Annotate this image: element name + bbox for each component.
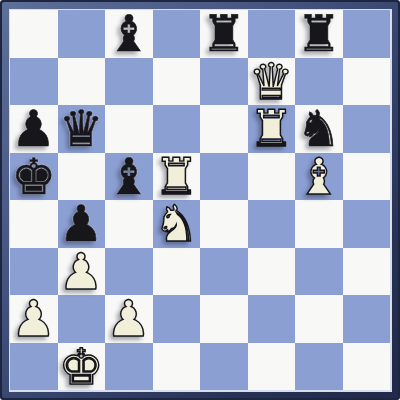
square-a1[interactable] bbox=[10, 343, 58, 391]
square-a5[interactable]: ♚ bbox=[10, 153, 58, 201]
square-f1[interactable] bbox=[248, 343, 296, 391]
square-f4[interactable] bbox=[248, 200, 296, 248]
square-g6[interactable]: ♞ bbox=[295, 105, 343, 153]
square-c5[interactable]: ♝ bbox=[105, 153, 153, 201]
square-b1[interactable]: ♚ bbox=[58, 343, 106, 391]
board-frame-outer: ♝♜♜♛♟♛♜♞♚♝♜♝♟♞♟♟♟♚ bbox=[0, 0, 400, 400]
square-d6[interactable] bbox=[153, 105, 201, 153]
board-frame-bevel: ♝♜♜♛♟♛♜♞♚♝♜♝♟♞♟♟♟♚ bbox=[2, 2, 398, 398]
square-d8[interactable] bbox=[153, 10, 201, 58]
piece-black-bishop[interactable]: ♝ bbox=[106, 154, 151, 202]
square-b5[interactable] bbox=[58, 153, 106, 201]
square-f7[interactable]: ♛ bbox=[248, 58, 296, 106]
square-b8[interactable] bbox=[58, 10, 106, 58]
square-b6[interactable]: ♛ bbox=[58, 105, 106, 153]
square-c7[interactable] bbox=[105, 58, 153, 106]
square-f2[interactable] bbox=[248, 295, 296, 343]
chess-board: ♝♜♜♛♟♛♜♞♚♝♜♝♟♞♟♟♟♚ bbox=[10, 10, 390, 390]
square-e2[interactable] bbox=[200, 295, 248, 343]
square-c2[interactable]: ♟ bbox=[105, 295, 153, 343]
piece-black-rook[interactable]: ♜ bbox=[296, 11, 341, 59]
square-g7[interactable] bbox=[295, 58, 343, 106]
piece-white-knight[interactable]: ♞ bbox=[154, 201, 199, 249]
square-e5[interactable] bbox=[200, 153, 248, 201]
piece-white-pawn[interactable]: ♟ bbox=[106, 296, 151, 344]
piece-white-bishop[interactable]: ♝ bbox=[296, 154, 341, 202]
square-e1[interactable] bbox=[200, 343, 248, 391]
piece-black-bishop[interactable]: ♝ bbox=[106, 11, 151, 59]
square-b7[interactable] bbox=[58, 58, 106, 106]
square-g2[interactable] bbox=[295, 295, 343, 343]
square-e7[interactable] bbox=[200, 58, 248, 106]
square-c6[interactable] bbox=[105, 105, 153, 153]
square-e3[interactable] bbox=[200, 248, 248, 296]
piece-white-queen[interactable]: ♛ bbox=[249, 59, 294, 107]
piece-white-rook[interactable]: ♜ bbox=[154, 154, 199, 202]
piece-black-knight[interactable]: ♞ bbox=[296, 106, 341, 154]
piece-black-rook[interactable]: ♜ bbox=[201, 11, 246, 59]
square-h7[interactable] bbox=[343, 58, 391, 106]
piece-white-king[interactable]: ♚ bbox=[59, 344, 104, 392]
square-f3[interactable] bbox=[248, 248, 296, 296]
square-d4[interactable]: ♞ bbox=[153, 200, 201, 248]
square-g8[interactable]: ♜ bbox=[295, 10, 343, 58]
piece-black-queen[interactable]: ♛ bbox=[59, 106, 104, 154]
chess-app: ♝♜♜♛♟♛♜♞♚♝♜♝♟♞♟♟♟♚ bbox=[0, 0, 400, 400]
square-b3[interactable]: ♟ bbox=[58, 248, 106, 296]
square-a8[interactable] bbox=[10, 10, 58, 58]
square-b4[interactable]: ♟ bbox=[58, 200, 106, 248]
square-h5[interactable] bbox=[343, 153, 391, 201]
square-h3[interactable] bbox=[343, 248, 391, 296]
square-h6[interactable] bbox=[343, 105, 391, 153]
square-g1[interactable] bbox=[295, 343, 343, 391]
square-a2[interactable]: ♟ bbox=[10, 295, 58, 343]
square-e4[interactable] bbox=[200, 200, 248, 248]
square-c1[interactable] bbox=[105, 343, 153, 391]
piece-black-pawn[interactable]: ♟ bbox=[11, 106, 56, 154]
square-c4[interactable] bbox=[105, 200, 153, 248]
square-e8[interactable]: ♜ bbox=[200, 10, 248, 58]
square-d2[interactable] bbox=[153, 295, 201, 343]
square-f5[interactable] bbox=[248, 153, 296, 201]
piece-white-pawn[interactable]: ♟ bbox=[59, 249, 104, 297]
square-c8[interactable]: ♝ bbox=[105, 10, 153, 58]
square-b2[interactable] bbox=[58, 295, 106, 343]
square-f6[interactable]: ♜ bbox=[248, 105, 296, 153]
piece-white-pawn[interactable]: ♟ bbox=[11, 296, 56, 344]
piece-black-king[interactable]: ♚ bbox=[11, 154, 56, 202]
square-g4[interactable] bbox=[295, 200, 343, 248]
square-g5[interactable]: ♝ bbox=[295, 153, 343, 201]
square-a3[interactable] bbox=[10, 248, 58, 296]
piece-white-rook[interactable]: ♜ bbox=[249, 106, 294, 154]
square-h4[interactable] bbox=[343, 200, 391, 248]
square-d1[interactable] bbox=[153, 343, 201, 391]
square-f8[interactable] bbox=[248, 10, 296, 58]
square-d7[interactable] bbox=[153, 58, 201, 106]
square-g3[interactable] bbox=[295, 248, 343, 296]
square-e6[interactable] bbox=[200, 105, 248, 153]
square-d5[interactable]: ♜ bbox=[153, 153, 201, 201]
square-c3[interactable] bbox=[105, 248, 153, 296]
square-h8[interactable] bbox=[343, 10, 391, 58]
square-h1[interactable] bbox=[343, 343, 391, 391]
piece-black-pawn[interactable]: ♟ bbox=[59, 201, 104, 249]
square-a4[interactable] bbox=[10, 200, 58, 248]
square-h2[interactable] bbox=[343, 295, 391, 343]
square-a6[interactable]: ♟ bbox=[10, 105, 58, 153]
square-d3[interactable] bbox=[153, 248, 201, 296]
square-a7[interactable] bbox=[10, 58, 58, 106]
board-frame-inner-line: ♝♜♜♛♟♛♜♞♚♝♜♝♟♞♟♟♟♚ bbox=[9, 9, 392, 392]
